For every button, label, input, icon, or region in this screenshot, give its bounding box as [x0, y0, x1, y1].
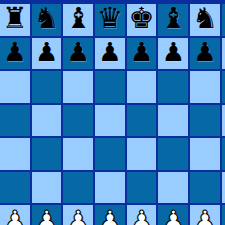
- piece-white-pawn: ♟: [193, 207, 216, 225]
- square-h7[interactable]: ♟: [222, 38, 225, 72]
- square-a5[interactable]: [0, 105, 32, 139]
- piece-black-pawn: ♟: [67, 39, 90, 65]
- square-g6[interactable]: [190, 71, 222, 105]
- square-b8[interactable]: ♞: [32, 4, 64, 38]
- piece-black-bishop: ♝: [160, 4, 186, 33]
- square-g5[interactable]: [190, 105, 222, 139]
- square-b3[interactable]: [32, 172, 64, 206]
- square-a7[interactable]: ♟: [0, 38, 32, 72]
- piece-black-king: ♚: [129, 4, 155, 33]
- square-d8[interactable]: ♛: [95, 4, 127, 38]
- square-h8[interactable]: ♜: [222, 4, 225, 38]
- square-c3[interactable]: [63, 172, 95, 206]
- square-c6[interactable]: [63, 71, 95, 105]
- square-d4[interactable]: [95, 138, 127, 172]
- square-g2[interactable]: ♟: [190, 205, 222, 225]
- piece-black-bishop: ♝: [65, 4, 91, 33]
- piece-black-pawn: ♟: [130, 39, 153, 65]
- square-c5[interactable]: [63, 105, 95, 139]
- piece-white-pawn: ♟: [162, 207, 185, 225]
- square-f4[interactable]: [158, 138, 190, 172]
- square-f8[interactable]: ♝: [158, 4, 190, 38]
- square-e4[interactable]: [127, 138, 159, 172]
- square-g8[interactable]: ♞: [190, 4, 222, 38]
- square-c7[interactable]: ♟: [63, 38, 95, 72]
- square-d2[interactable]: ♟: [95, 205, 127, 225]
- square-d3[interactable]: [95, 172, 127, 206]
- piece-black-knight: ♞: [34, 4, 60, 33]
- chess-app-window: ♜♞♝♛♚♝♞♜♟♟♟♟♟♟♟♟♟♟♟♟♟♟♟♟♜♞♝♛♚♝♞♜: [0, 0, 225, 225]
- square-b2[interactable]: ♟: [32, 205, 64, 225]
- piece-black-knight: ♞: [192, 4, 218, 33]
- square-h6[interactable]: [222, 71, 225, 105]
- square-d7[interactable]: ♟: [95, 38, 127, 72]
- square-a8[interactable]: ♜: [0, 4, 32, 38]
- piece-black-pawn: ♟: [3, 39, 26, 65]
- square-c8[interactable]: ♝: [63, 4, 95, 38]
- square-f2[interactable]: ♟: [158, 205, 190, 225]
- square-e7[interactable]: ♟: [127, 38, 159, 72]
- square-h2[interactable]: ♟: [222, 205, 225, 225]
- square-b4[interactable]: [32, 138, 64, 172]
- square-b7[interactable]: ♟: [32, 38, 64, 72]
- square-e5[interactable]: [127, 105, 159, 139]
- square-d6[interactable]: [95, 71, 127, 105]
- piece-black-queen: ♛: [97, 4, 123, 33]
- square-d5[interactable]: [95, 105, 127, 139]
- square-a2[interactable]: ♟: [0, 205, 32, 225]
- square-a3[interactable]: [0, 172, 32, 206]
- piece-black-pawn: ♟: [193, 39, 216, 65]
- square-a4[interactable]: [0, 138, 32, 172]
- square-h5[interactable]: [222, 105, 225, 139]
- square-f5[interactable]: [158, 105, 190, 139]
- chess-board: ♜♞♝♛♚♝♞♜♟♟♟♟♟♟♟♟♟♟♟♟♟♟♟♟♜♞♝♛♚♝♞♜: [0, 4, 225, 225]
- square-h3[interactable]: [222, 172, 225, 206]
- square-e6[interactable]: [127, 71, 159, 105]
- square-a6[interactable]: [0, 71, 32, 105]
- square-e3[interactable]: [127, 172, 159, 206]
- square-b6[interactable]: [32, 71, 64, 105]
- square-b5[interactable]: [32, 105, 64, 139]
- piece-white-pawn: ♟: [35, 207, 58, 225]
- piece-white-pawn: ♟: [130, 207, 153, 225]
- piece-black-pawn: ♟: [35, 39, 58, 65]
- square-f6[interactable]: [158, 71, 190, 105]
- square-e2[interactable]: ♟: [127, 205, 159, 225]
- piece-white-pawn: ♟: [67, 207, 90, 225]
- square-g4[interactable]: [190, 138, 222, 172]
- square-e8[interactable]: ♚: [127, 4, 159, 38]
- square-f3[interactable]: [158, 172, 190, 206]
- square-g7[interactable]: ♟: [190, 38, 222, 72]
- piece-black-pawn: ♟: [162, 39, 185, 65]
- square-c2[interactable]: ♟: [63, 205, 95, 225]
- piece-white-pawn: ♟: [3, 207, 26, 225]
- square-g3[interactable]: [190, 172, 222, 206]
- piece-white-pawn: ♟: [98, 207, 121, 225]
- square-h4[interactable]: [222, 138, 225, 172]
- piece-black-rook: ♜: [2, 4, 28, 33]
- piece-black-pawn: ♟: [98, 39, 121, 65]
- square-f7[interactable]: ♟: [158, 38, 190, 72]
- piece-black-rook: ♜: [224, 4, 225, 33]
- square-c4[interactable]: [63, 138, 95, 172]
